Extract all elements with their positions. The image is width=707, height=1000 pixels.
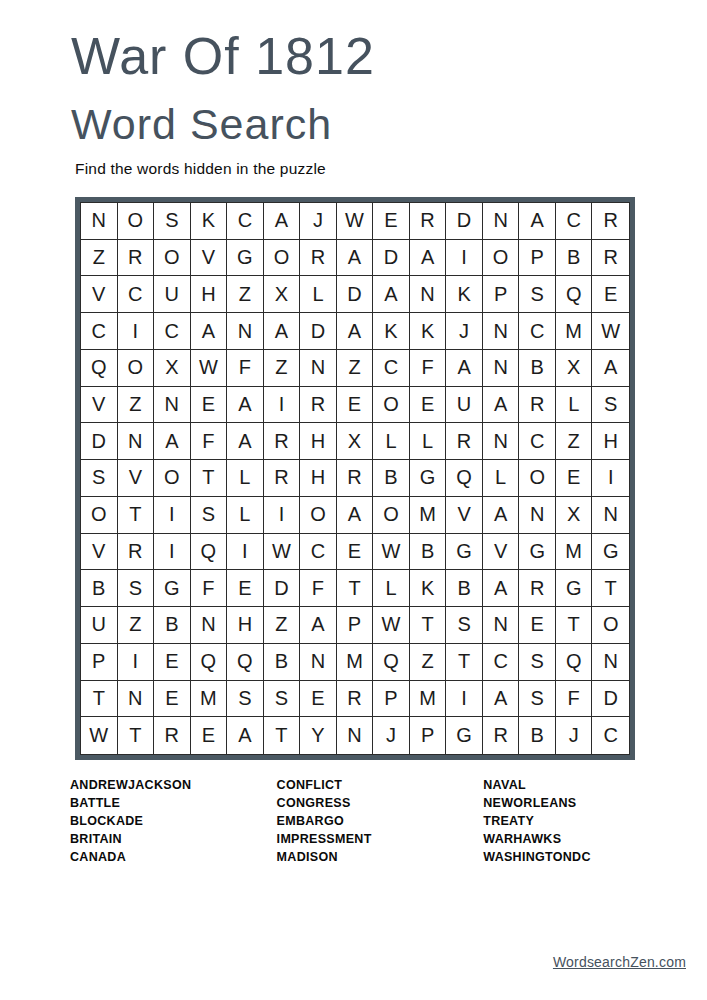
- word-britain: BRITAIN: [70, 830, 277, 848]
- grid-cell-r15c15[interactable]: C: [592, 717, 629, 754]
- grid-cell-r13c13[interactable]: S: [519, 644, 556, 681]
- grid-cell-r6c10[interactable]: E: [410, 387, 447, 424]
- grid-cell-r7c7[interactable]: H: [300, 423, 337, 460]
- grid-cell-r14c15[interactable]: D: [592, 681, 629, 718]
- grid-cell-r4c2[interactable]: I: [118, 313, 155, 350]
- grid-cell-r11c15[interactable]: T: [592, 570, 629, 607]
- grid-cell-r13c10[interactable]: Z: [410, 644, 447, 681]
- grid-cell-r4c7[interactable]: D: [300, 313, 337, 350]
- grid-cell-r1c5[interactable]: C: [227, 203, 264, 240]
- grid-cell-r4c9[interactable]: K: [373, 313, 410, 350]
- grid-cell-r13c8[interactable]: M: [337, 644, 374, 681]
- grid-cell-r12c11[interactable]: S: [446, 607, 483, 644]
- grid-cell-r8c5[interactable]: L: [227, 460, 264, 497]
- grid-cell-r14c13[interactable]: S: [519, 681, 556, 718]
- grid-cell-r7c13[interactable]: C: [519, 423, 556, 460]
- word-search-page: War Of 1812 Word Search Find the words h…: [0, 0, 707, 1000]
- word-search-board-frame: NOSKCAJWERDNACRZROVGORADAIOPBRVCUHZXLDAN…: [75, 197, 635, 760]
- grid-cell-r9c8[interactable]: A: [337, 497, 374, 534]
- grid-cell-r10c15[interactable]: G: [592, 534, 629, 571]
- grid-cell-r2c14[interactable]: B: [556, 240, 593, 277]
- grid-cell-r1c2[interactable]: O: [118, 203, 155, 240]
- grid-cell-r14c4[interactable]: M: [191, 681, 228, 718]
- grid-cell-r11c1[interactable]: B: [81, 570, 118, 607]
- grid-cell-r11c8[interactable]: T: [337, 570, 374, 607]
- grid-cell-r12c12[interactable]: N: [483, 607, 520, 644]
- word-blockade: BLOCKADE: [70, 812, 277, 830]
- grid-cell-r4c4[interactable]: A: [191, 313, 228, 350]
- grid-cell-r4c15[interactable]: W: [592, 313, 629, 350]
- grid-cell-r7c9[interactable]: L: [373, 423, 410, 460]
- grid-cell-r13c9[interactable]: Q: [373, 644, 410, 681]
- wordsearchzen-link[interactable]: WordsearchZen.com: [553, 954, 686, 970]
- grid-cell-r4c12[interactable]: N: [483, 313, 520, 350]
- word-impressment: IMPRESSMENT: [277, 830, 484, 848]
- grid-cell-r5c15[interactable]: A: [592, 350, 629, 387]
- grid-cell-r13c14[interactable]: Q: [556, 644, 593, 681]
- grid-cell-r6c8[interactable]: E: [337, 387, 374, 424]
- word-andrewjackson: ANDREWJACKSON: [70, 776, 277, 794]
- grid-cell-r12c15[interactable]: O: [592, 607, 629, 644]
- grid-cell-r7c12[interactable]: N: [483, 423, 520, 460]
- grid-cell-r15c11[interactable]: G: [446, 717, 483, 754]
- grid-cell-r2c7[interactable]: R: [300, 240, 337, 277]
- grid-cell-r9c3[interactable]: I: [154, 497, 191, 534]
- grid-cell-r14c14[interactable]: F: [556, 681, 593, 718]
- grid-cell-r1c14[interactable]: C: [556, 203, 593, 240]
- grid-cell-r6c14[interactable]: L: [556, 387, 593, 424]
- word-list-column-1: ANDREWJACKSONBATTLEBLOCKADEBRITAINCANADA: [70, 776, 277, 866]
- grid-cell-r5c14[interactable]: X: [556, 350, 593, 387]
- grid-cell-r11c11[interactable]: B: [446, 570, 483, 607]
- word-warhawks: WARHAWKS: [483, 830, 650, 848]
- grid-cell-r15c14[interactable]: J: [556, 717, 593, 754]
- grid-cell-r5c5[interactable]: F: [227, 350, 264, 387]
- grid-cell-r14c12[interactable]: A: [483, 681, 520, 718]
- grid-cell-r13c3[interactable]: E: [154, 644, 191, 681]
- grid-cell-r7c2[interactable]: N: [118, 423, 155, 460]
- grid-cell-r12c4[interactable]: N: [191, 607, 228, 644]
- grid-cell-r5c7[interactable]: N: [300, 350, 337, 387]
- grid-cell-r15c2[interactable]: T: [118, 717, 155, 754]
- grid-cell-r3c5[interactable]: Z: [227, 276, 264, 313]
- grid-cell-r12c2[interactable]: Z: [118, 607, 155, 644]
- grid-cell-r2c6[interactable]: O: [264, 240, 301, 277]
- grid-cell-r8c11[interactable]: Q: [446, 460, 483, 497]
- word-list-column-2: CONFLICTCONGRESSEMBARGOIMPRESSMENTMADISO…: [277, 776, 484, 866]
- grid-cell-r7c1[interactable]: D: [81, 423, 118, 460]
- grid-cell-r15c13[interactable]: B: [519, 717, 556, 754]
- grid-cell-r4c13[interactable]: C: [519, 313, 556, 350]
- grid-cell-r12c14[interactable]: T: [556, 607, 593, 644]
- grid-cell-r4c10[interactable]: K: [410, 313, 447, 350]
- grid-cell-r9c11[interactable]: V: [446, 497, 483, 534]
- grid-cell-r12c8[interactable]: P: [337, 607, 374, 644]
- grid-cell-r13c12[interactable]: C: [483, 644, 520, 681]
- grid-cell-r14c9[interactable]: P: [373, 681, 410, 718]
- grid-cell-r12c7[interactable]: A: [300, 607, 337, 644]
- grid-cell-r11c12[interactable]: A: [483, 570, 520, 607]
- grid-cell-r3c11[interactable]: K: [446, 276, 483, 313]
- grid-cell-r5c8[interactable]: Z: [337, 350, 374, 387]
- grid-cell-r6c3[interactable]: N: [154, 387, 191, 424]
- grid-cell-r7c3[interactable]: A: [154, 423, 191, 460]
- grid-cell-r1c13[interactable]: A: [519, 203, 556, 240]
- grid-cell-r6c15[interactable]: S: [592, 387, 629, 424]
- grid-cell-r14c6[interactable]: S: [264, 681, 301, 718]
- grid-cell-r1c11[interactable]: D: [446, 203, 483, 240]
- grid-cell-r15c4[interactable]: E: [191, 717, 228, 754]
- grid-cell-r11c10[interactable]: K: [410, 570, 447, 607]
- grid-cell-r15c5[interactable]: A: [227, 717, 264, 754]
- grid-cell-r10c13[interactable]: G: [519, 534, 556, 571]
- grid-cell-r3c2[interactable]: C: [118, 276, 155, 313]
- grid-cell-r5c6[interactable]: Z: [264, 350, 301, 387]
- grid-cell-r7c11[interactable]: R: [446, 423, 483, 460]
- grid-cell-r3c15[interactable]: E: [592, 276, 629, 313]
- grid-cell-r8c4[interactable]: T: [191, 460, 228, 497]
- grid-cell-r11c6[interactable]: D: [264, 570, 301, 607]
- grid-cell-r3c13[interactable]: S: [519, 276, 556, 313]
- grid-cell-r3c1[interactable]: V: [81, 276, 118, 313]
- grid-cell-r8c6[interactable]: R: [264, 460, 301, 497]
- grid-cell-r2c15[interactable]: R: [592, 240, 629, 277]
- grid-cell-r10c10[interactable]: B: [410, 534, 447, 571]
- grid-cell-r1c8[interactable]: W: [337, 203, 374, 240]
- grid-cell-r15c1[interactable]: W: [81, 717, 118, 754]
- grid-cell-r9c14[interactable]: X: [556, 497, 593, 534]
- grid-cell-r10c5[interactable]: I: [227, 534, 264, 571]
- grid-cell-r7c4[interactable]: F: [191, 423, 228, 460]
- grid-cell-r11c4[interactable]: F: [191, 570, 228, 607]
- grid-cell-r6c1[interactable]: V: [81, 387, 118, 424]
- page-title-line2: Word Search: [71, 101, 332, 148]
- grid-cell-r8c13[interactable]: O: [519, 460, 556, 497]
- word-search-grid: NOSKCAJWERDNACRZROVGORADAIOPBRVCUHZXLDAN…: [80, 202, 630, 755]
- grid-cell-r6c11[interactable]: U: [446, 387, 483, 424]
- grid-cell-r3c12[interactable]: P: [483, 276, 520, 313]
- grid-cell-r14c2[interactable]: N: [118, 681, 155, 718]
- grid-cell-r6c4[interactable]: E: [191, 387, 228, 424]
- grid-cell-r11c5[interactable]: E: [227, 570, 264, 607]
- grid-cell-r12c3[interactable]: B: [154, 607, 191, 644]
- grid-cell-r6c13[interactable]: R: [519, 387, 556, 424]
- grid-cell-r14c5[interactable]: S: [227, 681, 264, 718]
- grid-cell-r3c4[interactable]: H: [191, 276, 228, 313]
- word-naval: NAVAL: [483, 776, 650, 794]
- grid-cell-r5c12[interactable]: N: [483, 350, 520, 387]
- grid-cell-r8c9[interactable]: B: [373, 460, 410, 497]
- grid-cell-r14c3[interactable]: E: [154, 681, 191, 718]
- word-battle: BATTLE: [70, 794, 277, 812]
- grid-cell-r9c15[interactable]: N: [592, 497, 629, 534]
- grid-cell-r7c14[interactable]: Z: [556, 423, 593, 460]
- grid-cell-r5c3[interactable]: X: [154, 350, 191, 387]
- grid-cell-r2c11[interactable]: I: [446, 240, 483, 277]
- grid-cell-r12c1[interactable]: U: [81, 607, 118, 644]
- grid-cell-r5c2[interactable]: O: [118, 350, 155, 387]
- grid-cell-r13c4[interactable]: Q: [191, 644, 228, 681]
- grid-cell-r2c5[interactable]: G: [227, 240, 264, 277]
- grid-cell-r3c6[interactable]: X: [264, 276, 301, 313]
- grid-cell-r12c5[interactable]: H: [227, 607, 264, 644]
- grid-cell-r1c3[interactable]: S: [154, 203, 191, 240]
- grid-cell-r13c5[interactable]: Q: [227, 644, 264, 681]
- grid-cell-r3c14[interactable]: Q: [556, 276, 593, 313]
- grid-cell-r13c11[interactable]: T: [446, 644, 483, 681]
- grid-cell-r11c14[interactable]: G: [556, 570, 593, 607]
- grid-cell-r8c8[interactable]: R: [337, 460, 374, 497]
- grid-cell-r13c6[interactable]: B: [264, 644, 301, 681]
- grid-cell-r5c4[interactable]: W: [191, 350, 228, 387]
- grid-cell-r4c3[interactable]: C: [154, 313, 191, 350]
- grid-cell-r3c9[interactable]: A: [373, 276, 410, 313]
- grid-cell-r15c8[interactable]: N: [337, 717, 374, 754]
- grid-cell-r4c14[interactable]: M: [556, 313, 593, 350]
- word-conflict: CONFLICT: [277, 776, 484, 794]
- grid-cell-r10c1[interactable]: V: [81, 534, 118, 571]
- grid-cell-r10c6[interactable]: W: [264, 534, 301, 571]
- grid-cell-r11c7[interactable]: F: [300, 570, 337, 607]
- grid-cell-r8c15[interactable]: I: [592, 460, 629, 497]
- grid-cell-r10c4[interactable]: Q: [191, 534, 228, 571]
- grid-cell-r9c12[interactable]: A: [483, 497, 520, 534]
- grid-cell-r15c9[interactable]: J: [373, 717, 410, 754]
- grid-cell-r2c12[interactable]: O: [483, 240, 520, 277]
- grid-cell-r6c6[interactable]: I: [264, 387, 301, 424]
- grid-cell-r15c10[interactable]: P: [410, 717, 447, 754]
- grid-cell-r3c8[interactable]: D: [337, 276, 374, 313]
- grid-cell-r14c8[interactable]: R: [337, 681, 374, 718]
- grid-cell-r4c6[interactable]: A: [264, 313, 301, 350]
- grid-cell-r13c7[interactable]: N: [300, 644, 337, 681]
- grid-cell-r12c13[interactable]: E: [519, 607, 556, 644]
- grid-cell-r2c4[interactable]: V: [191, 240, 228, 277]
- grid-cell-r9c10[interactable]: M: [410, 497, 447, 534]
- grid-cell-r9c4[interactable]: S: [191, 497, 228, 534]
- grid-cell-r9c6[interactable]: I: [264, 497, 301, 534]
- grid-cell-r1c10[interactable]: R: [410, 203, 447, 240]
- word-list: ANDREWJACKSONBATTLEBLOCKADEBRITAINCANADA…: [70, 776, 650, 866]
- grid-cell-r1c12[interactable]: N: [483, 203, 520, 240]
- grid-cell-r1c1[interactable]: N: [81, 203, 118, 240]
- grid-cell-r10c11[interactable]: G: [446, 534, 483, 571]
- grid-cell-r9c2[interactable]: T: [118, 497, 155, 534]
- grid-cell-r2c13[interactable]: P: [519, 240, 556, 277]
- grid-cell-r7c5[interactable]: A: [227, 423, 264, 460]
- grid-cell-r4c11[interactable]: J: [446, 313, 483, 350]
- grid-cell-r9c1[interactable]: O: [81, 497, 118, 534]
- grid-cell-r11c3[interactable]: G: [154, 570, 191, 607]
- grid-cell-r13c2[interactable]: I: [118, 644, 155, 681]
- word-madison: MADISON: [277, 848, 484, 866]
- grid-cell-r9c7[interactable]: O: [300, 497, 337, 534]
- grid-cell-r1c7[interactable]: J: [300, 203, 337, 240]
- grid-cell-r4c8[interactable]: A: [337, 313, 374, 350]
- word-treaty: TREATY: [483, 812, 650, 830]
- puzzle-instructions: Find the words hidden in the puzzle: [75, 160, 326, 178]
- grid-cell-r6c2[interactable]: Z: [118, 387, 155, 424]
- grid-cell-r2c9[interactable]: D: [373, 240, 410, 277]
- grid-cell-r6c5[interactable]: A: [227, 387, 264, 424]
- word-embargo: EMBARGO: [277, 812, 484, 830]
- grid-cell-r11c13[interactable]: R: [519, 570, 556, 607]
- grid-cell-r2c8[interactable]: A: [337, 240, 374, 277]
- grid-cell-r8c14[interactable]: E: [556, 460, 593, 497]
- grid-cell-r3c3[interactable]: U: [154, 276, 191, 313]
- grid-cell-r12c10[interactable]: T: [410, 607, 447, 644]
- word-congress: CONGRESS: [277, 794, 484, 812]
- grid-cell-r11c9[interactable]: L: [373, 570, 410, 607]
- grid-cell-r2c10[interactable]: A: [410, 240, 447, 277]
- grid-cell-r6c12[interactable]: A: [483, 387, 520, 424]
- grid-cell-r14c11[interactable]: I: [446, 681, 483, 718]
- word-washingtondc: WASHINGTONDC: [483, 848, 650, 866]
- grid-cell-r11c2[interactable]: S: [118, 570, 155, 607]
- grid-cell-r7c15[interactable]: H: [592, 423, 629, 460]
- grid-cell-r5c9[interactable]: C: [373, 350, 410, 387]
- grid-cell-r4c5[interactable]: N: [227, 313, 264, 350]
- grid-cell-r10c3[interactable]: I: [154, 534, 191, 571]
- grid-cell-r6c9[interactable]: O: [373, 387, 410, 424]
- grid-cell-r14c1[interactable]: T: [81, 681, 118, 718]
- grid-cell-r4c1[interactable]: C: [81, 313, 118, 350]
- word-neworleans: NEWORLEANS: [483, 794, 650, 812]
- grid-cell-r8c1[interactable]: S: [81, 460, 118, 497]
- word-canada: CANADA: [70, 848, 277, 866]
- grid-cell-r5c11[interactable]: A: [446, 350, 483, 387]
- grid-cell-r1c15[interactable]: R: [592, 203, 629, 240]
- grid-cell-r7c10[interactable]: L: [410, 423, 447, 460]
- grid-cell-r5c1[interactable]: Q: [81, 350, 118, 387]
- grid-cell-r2c3[interactable]: O: [154, 240, 191, 277]
- grid-cell-r9c9[interactable]: O: [373, 497, 410, 534]
- grid-cell-r13c15[interactable]: N: [592, 644, 629, 681]
- grid-cell-r10c14[interactable]: M: [556, 534, 593, 571]
- grid-cell-r10c12[interactable]: V: [483, 534, 520, 571]
- grid-cell-r12c6[interactable]: Z: [264, 607, 301, 644]
- grid-cell-r10c2[interactable]: R: [118, 534, 155, 571]
- grid-cell-r7c6[interactable]: R: [264, 423, 301, 460]
- grid-cell-r7c8[interactable]: X: [337, 423, 374, 460]
- grid-cell-r8c2[interactable]: V: [118, 460, 155, 497]
- grid-cell-r2c1[interactable]: Z: [81, 240, 118, 277]
- grid-cell-r14c10[interactable]: M: [410, 681, 447, 718]
- grid-cell-r10c7[interactable]: C: [300, 534, 337, 571]
- page-title-line1: War Of 1812: [71, 28, 375, 85]
- grid-cell-r15c7[interactable]: Y: [300, 717, 337, 754]
- grid-cell-r8c12[interactable]: L: [483, 460, 520, 497]
- grid-cell-r2c2[interactable]: R: [118, 240, 155, 277]
- grid-cell-r14c7[interactable]: E: [300, 681, 337, 718]
- grid-cell-r8c10[interactable]: G: [410, 460, 447, 497]
- grid-cell-r15c3[interactable]: R: [154, 717, 191, 754]
- grid-cell-r1c4[interactable]: K: [191, 203, 228, 240]
- grid-cell-r3c7[interactable]: L: [300, 276, 337, 313]
- grid-cell-r15c12[interactable]: R: [483, 717, 520, 754]
- grid-cell-r10c8[interactable]: E: [337, 534, 374, 571]
- word-list-column-3: NAVALNEWORLEANSTREATYWARHAWKSWASHINGTOND…: [483, 776, 650, 866]
- grid-cell-r9c5[interactable]: L: [227, 497, 264, 534]
- grid-cell-r9c13[interactable]: N: [519, 497, 556, 534]
- grid-cell-r12c9[interactable]: W: [373, 607, 410, 644]
- grid-cell-r1c6[interactable]: A: [264, 203, 301, 240]
- grid-cell-r8c3[interactable]: O: [154, 460, 191, 497]
- grid-cell-r5c10[interactable]: F: [410, 350, 447, 387]
- grid-cell-r15c6[interactable]: T: [264, 717, 301, 754]
- grid-cell-r8c7[interactable]: H: [300, 460, 337, 497]
- grid-cell-r3c10[interactable]: N: [410, 276, 447, 313]
- grid-cell-r1c9[interactable]: E: [373, 203, 410, 240]
- grid-cell-r10c9[interactable]: W: [373, 534, 410, 571]
- grid-cell-r13c1[interactable]: P: [81, 644, 118, 681]
- grid-cell-r5c13[interactable]: B: [519, 350, 556, 387]
- grid-cell-r6c7[interactable]: R: [300, 387, 337, 424]
